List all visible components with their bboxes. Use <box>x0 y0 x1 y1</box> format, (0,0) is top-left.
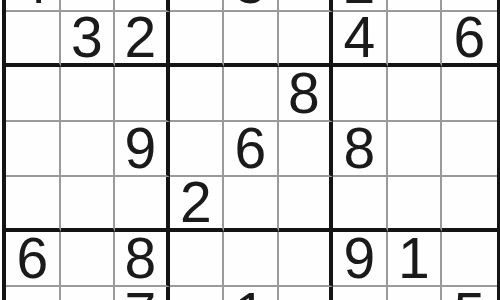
cell-r6c7[interactable] <box>333 177 388 232</box>
cell-r5c2[interactable] <box>61 122 116 177</box>
cell-r5c6[interactable] <box>279 122 334 177</box>
sudoku-board: 4523246896826891715 <box>2 0 500 300</box>
cell-r7c7[interactable]: 9 <box>333 232 388 287</box>
cell-r2c6[interactable] <box>279 0 334 12</box>
cell-r8c5[interactable]: 1 <box>224 287 279 300</box>
cell-r2c5[interactable]: 5 <box>224 0 279 12</box>
cell-r2c4[interactable] <box>170 0 225 12</box>
cell-r8c9[interactable]: 5 <box>442 287 497 300</box>
cell-r3c2[interactable]: 3 <box>61 12 116 67</box>
cell-r5c8[interactable] <box>388 122 443 177</box>
cell-r2c1[interactable]: 4 <box>6 0 61 12</box>
cell-r8c4[interactable] <box>170 287 225 300</box>
cell-r3c7[interactable]: 4 <box>333 12 388 67</box>
cell-r7c8[interactable]: 1 <box>388 232 443 287</box>
cell-r8c3[interactable]: 7 <box>115 287 170 300</box>
cell-r6c9[interactable] <box>442 177 497 232</box>
cell-r4c8[interactable] <box>388 67 443 122</box>
cell-r3c9[interactable]: 6 <box>442 12 497 67</box>
cell-r6c4[interactable]: 2 <box>170 177 225 232</box>
cell-r4c1[interactable] <box>6 67 61 122</box>
cell-r4c9[interactable] <box>442 67 497 122</box>
cell-r3c5[interactable] <box>224 12 279 67</box>
cell-r7c5[interactable] <box>224 232 279 287</box>
cell-r7c1[interactable]: 6 <box>6 232 61 287</box>
cell-r7c2[interactable] <box>61 232 116 287</box>
cell-r8c2[interactable] <box>61 287 116 300</box>
cell-r5c4[interactable] <box>170 122 225 177</box>
cell-r6c6[interactable] <box>279 177 334 232</box>
cell-r5c3[interactable]: 9 <box>115 122 170 177</box>
sudoku-screenshot: 4523246896826891715 <box>0 0 500 300</box>
cell-r5c1[interactable] <box>6 122 61 177</box>
cell-r6c1[interactable] <box>6 177 61 232</box>
cell-r4c6[interactable]: 8 <box>279 67 334 122</box>
cell-r5c7[interactable]: 8 <box>333 122 388 177</box>
cell-r3c4[interactable] <box>170 12 225 67</box>
cell-r2c8[interactable] <box>388 0 443 12</box>
cell-r4c2[interactable] <box>61 67 116 122</box>
cell-r7c3[interactable]: 8 <box>115 232 170 287</box>
cell-r6c5[interactable] <box>224 177 279 232</box>
cell-r8c8[interactable] <box>388 287 443 300</box>
cell-r4c5[interactable] <box>224 67 279 122</box>
cell-r6c8[interactable] <box>388 177 443 232</box>
cell-r8c7[interactable] <box>333 287 388 300</box>
cell-r4c3[interactable] <box>115 67 170 122</box>
cell-r8c6[interactable] <box>279 287 334 300</box>
cell-r7c4[interactable] <box>170 232 225 287</box>
cell-r8c1[interactable] <box>6 287 61 300</box>
cell-r3c6[interactable] <box>279 12 334 67</box>
cell-r4c7[interactable] <box>333 67 388 122</box>
cell-r5c5[interactable]: 6 <box>224 122 279 177</box>
cell-r3c3[interactable]: 2 <box>115 12 170 67</box>
cell-r5c9[interactable] <box>442 122 497 177</box>
cell-r4c4[interactable] <box>170 67 225 122</box>
cell-r6c3[interactable] <box>115 177 170 232</box>
cell-r3c8[interactable] <box>388 12 443 67</box>
cell-r6c2[interactable] <box>61 177 116 232</box>
cell-r7c9[interactable] <box>442 232 497 287</box>
cell-r3c1[interactable] <box>6 12 61 67</box>
cell-r7c6[interactable] <box>279 232 334 287</box>
